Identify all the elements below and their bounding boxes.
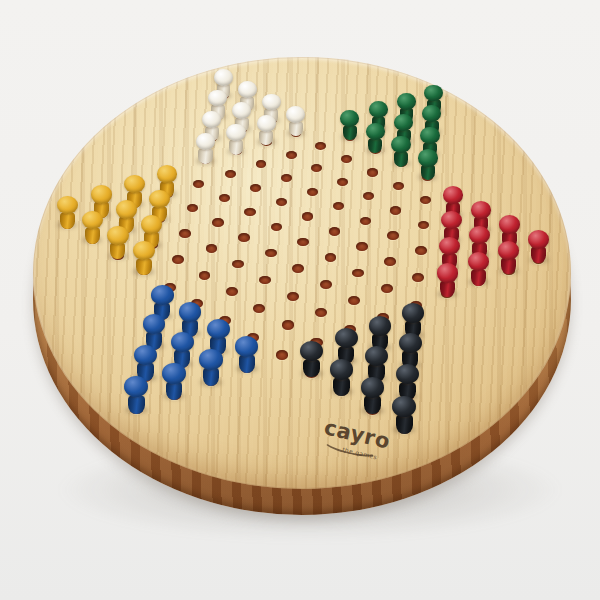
board-hole[interactable] — [367, 168, 378, 176]
peg-yellow[interactable] — [107, 226, 129, 260]
peg-head — [397, 93, 416, 110]
peg-yellow[interactable] — [81, 211, 103, 244]
peg-green[interactable] — [340, 110, 360, 140]
peg-body — [394, 151, 408, 167]
board-hole[interactable] — [329, 227, 340, 236]
peg-head — [499, 215, 520, 233]
peg-head — [238, 81, 257, 98]
peg-head — [143, 314, 166, 334]
peg-head — [286, 106, 305, 123]
peg-head — [340, 110, 359, 127]
board-hole[interactable] — [325, 253, 337, 262]
board-hole[interactable] — [212, 218, 223, 227]
board-hole[interactable] — [390, 206, 401, 214]
board-hole[interactable] — [256, 160, 267, 168]
peg-head — [300, 341, 323, 361]
board-hole[interactable] — [352, 269, 364, 278]
peg-head — [232, 102, 251, 119]
board-hole[interactable] — [281, 174, 292, 182]
peg-head — [202, 111, 221, 128]
peg-black[interactable] — [395, 364, 419, 401]
peg-head — [133, 241, 155, 260]
peg-blue[interactable] — [235, 336, 259, 372]
board-hole[interactable] — [302, 212, 313, 220]
peg-head — [208, 90, 227, 107]
peg-head — [420, 127, 439, 144]
peg-head — [196, 133, 216, 150]
board-hole[interactable] — [333, 202, 344, 210]
peg-white[interactable] — [256, 115, 276, 146]
peg-body — [471, 269, 486, 286]
board-hole[interactable] — [315, 308, 327, 317]
peg-head — [134, 345, 157, 366]
peg-head — [498, 241, 519, 260]
peg-head — [369, 101, 388, 118]
peg-head — [171, 332, 194, 352]
peg-head — [471, 201, 492, 219]
peg-head — [157, 165, 177, 183]
board-hole[interactable] — [179, 229, 191, 238]
peg-head — [369, 316, 392, 336]
peg-red[interactable] — [528, 230, 550, 263]
board-hole[interactable] — [187, 204, 198, 212]
peg-head — [394, 114, 413, 131]
peg-head — [441, 211, 462, 229]
board-hole[interactable] — [384, 257, 396, 266]
board-hole[interactable] — [193, 180, 204, 188]
board-hole[interactable] — [244, 208, 255, 216]
peg-head — [418, 149, 438, 166]
peg-body — [203, 367, 220, 386]
board-hole[interactable] — [253, 304, 265, 313]
peg-white[interactable] — [226, 124, 247, 155]
peg-yellow[interactable] — [56, 196, 78, 229]
peg-body — [396, 414, 413, 433]
peg-body — [198, 148, 212, 164]
board-hole[interactable] — [320, 280, 332, 289]
peg-head — [468, 252, 489, 271]
peg-body — [229, 139, 243, 155]
board-hole[interactable] — [363, 192, 374, 200]
peg-head — [149, 190, 170, 208]
peg-head — [235, 336, 258, 356]
peg-head — [207, 319, 230, 339]
peg-body — [60, 212, 75, 229]
board-hole[interactable] — [265, 249, 277, 258]
peg-blue[interactable] — [199, 349, 223, 386]
peg-head — [528, 230, 549, 249]
board-hole[interactable] — [292, 264, 304, 273]
peg-head — [366, 123, 385, 140]
board-hole[interactable] — [311, 164, 322, 172]
peg-body — [85, 227, 100, 244]
peg-head — [124, 376, 148, 397]
board-hole[interactable] — [412, 273, 424, 282]
peg-head — [116, 200, 137, 219]
board-hole[interactable] — [420, 196, 431, 204]
peg-head — [443, 186, 463, 204]
board-hole[interactable] — [418, 221, 429, 229]
board-hole[interactable] — [360, 217, 371, 225]
board-hole[interactable] — [315, 142, 326, 150]
peg-head — [391, 136, 411, 153]
peg-red[interactable] — [498, 241, 520, 274]
board-hole[interactable] — [276, 350, 289, 359]
peg-head — [226, 124, 246, 141]
board-hole[interactable] — [225, 170, 236, 178]
peg-head — [422, 105, 441, 122]
peg-yellow[interactable] — [132, 241, 155, 275]
peg-body — [239, 354, 255, 373]
scene-background: cayro the games — [0, 0, 600, 600]
board-hole[interactable] — [415, 246, 427, 255]
peg-green[interactable] — [391, 136, 412, 167]
peg-black[interactable] — [360, 377, 385, 414]
peg-body — [136, 258, 151, 276]
peg-head — [141, 215, 162, 234]
peg-blue[interactable] — [124, 376, 149, 414]
peg-black[interactable] — [392, 396, 417, 434]
board-hole[interactable] — [199, 271, 211, 280]
board-hole[interactable] — [172, 255, 184, 264]
peg-body — [364, 395, 381, 414]
board-hole[interactable] — [286, 151, 297, 159]
peg-body — [421, 164, 435, 180]
peg-head — [361, 377, 385, 398]
peg-head — [399, 333, 422, 353]
peg-head — [469, 226, 490, 245]
peg-red[interactable] — [436, 263, 459, 297]
peg-head — [179, 302, 202, 322]
board-hole[interactable] — [250, 184, 261, 192]
peg-body — [343, 125, 357, 141]
star-layer — [0, 0, 600, 600]
board-hole[interactable] — [226, 287, 238, 296]
peg-body — [531, 246, 546, 263]
board-hole[interactable] — [232, 260, 244, 269]
peg-head — [199, 349, 222, 370]
board-hole[interactable] — [387, 231, 398, 240]
peg-white[interactable] — [286, 106, 306, 136]
board-hole[interactable] — [271, 223, 282, 232]
peg-black[interactable] — [300, 341, 324, 377]
peg-head — [82, 211, 103, 230]
peg-body — [303, 359, 319, 378]
peg-head — [214, 69, 233, 86]
peg-head — [437, 263, 459, 282]
peg-head — [91, 185, 112, 203]
peg-head — [335, 328, 358, 348]
board-hole[interactable] — [297, 238, 309, 247]
peg-body — [333, 377, 350, 396]
board-hole[interactable] — [206, 244, 218, 253]
board-hole[interactable] — [276, 198, 287, 206]
peg-body — [128, 395, 145, 414]
peg-head — [392, 396, 416, 417]
peg-head — [330, 359, 353, 380]
board-hole[interactable] — [307, 188, 318, 196]
peg-green[interactable] — [417, 149, 438, 180]
peg-body — [289, 121, 303, 137]
board-hole[interactable] — [238, 233, 250, 242]
peg-blue[interactable] — [162, 363, 187, 400]
board-hole[interactable] — [259, 276, 271, 285]
peg-head — [262, 94, 281, 111]
peg-head — [57, 196, 78, 215]
peg-head — [424, 85, 443, 102]
peg-head — [151, 285, 173, 305]
board-hole[interactable] — [393, 182, 404, 190]
peg-head — [402, 303, 424, 323]
peg-head — [107, 226, 128, 245]
board-hole[interactable] — [337, 178, 348, 186]
peg-head — [162, 363, 186, 384]
board-hole[interactable] — [348, 296, 360, 305]
peg-red[interactable] — [467, 252, 489, 286]
peg-head — [396, 364, 419, 385]
peg-head — [365, 346, 388, 366]
board-hole[interactable] — [341, 155, 352, 163]
peg-black[interactable] — [330, 359, 354, 396]
peg-green[interactable] — [365, 123, 385, 154]
board-hole[interactable] — [381, 284, 393, 293]
board-hole[interactable] — [287, 292, 299, 301]
board-hole[interactable] — [219, 194, 230, 202]
peg-white[interactable] — [195, 133, 216, 164]
peg-head — [257, 115, 276, 132]
peg-body — [166, 381, 183, 400]
board-hole[interactable] — [356, 242, 368, 251]
peg-head — [124, 175, 145, 193]
peg-head — [439, 237, 460, 256]
board-hole[interactable] — [282, 320, 294, 329]
